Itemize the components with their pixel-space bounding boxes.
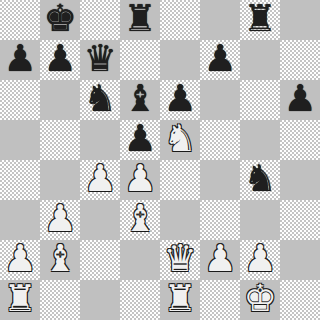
square-d3[interactable]: ♝ xyxy=(120,200,160,240)
white-pawn[interactable]: ♟ xyxy=(43,200,76,239)
square-c2[interactable] xyxy=(80,240,120,280)
square-g8[interactable]: ♜ xyxy=(240,0,280,40)
square-f7[interactable]: ♟ xyxy=(200,40,240,80)
black-rook[interactable]: ♜ xyxy=(243,0,276,39)
square-d5[interactable]: ♟ xyxy=(120,120,160,160)
square-e2[interactable]: ♛ xyxy=(160,240,200,280)
square-f4[interactable] xyxy=(200,160,240,200)
square-c3[interactable] xyxy=(80,200,120,240)
square-d6[interactable]: ♝ xyxy=(120,80,160,120)
square-e7[interactable] xyxy=(160,40,200,80)
square-h5[interactable] xyxy=(280,120,320,160)
black-king[interactable]: ♚ xyxy=(43,0,76,39)
square-g7[interactable] xyxy=(240,40,280,80)
square-d8[interactable]: ♜ xyxy=(120,0,160,40)
square-f1[interactable] xyxy=(200,280,240,320)
white-rook[interactable]: ♜ xyxy=(3,280,36,319)
square-d4[interactable]: ♟ xyxy=(120,160,160,200)
square-a7[interactable]: ♟ xyxy=(0,40,40,80)
white-bishop[interactable]: ♝ xyxy=(43,240,76,279)
square-h7[interactable] xyxy=(280,40,320,80)
white-pawn[interactable]: ♟ xyxy=(203,240,236,279)
square-h8[interactable] xyxy=(280,0,320,40)
square-f3[interactable] xyxy=(200,200,240,240)
square-b5[interactable] xyxy=(40,120,80,160)
black-rook[interactable]: ♜ xyxy=(123,0,156,39)
square-a2[interactable]: ♟ xyxy=(0,240,40,280)
square-h3[interactable] xyxy=(280,200,320,240)
white-pawn[interactable]: ♟ xyxy=(123,160,156,199)
black-knight[interactable]: ♞ xyxy=(83,80,116,119)
square-h4[interactable] xyxy=(280,160,320,200)
square-g4[interactable]: ♞ xyxy=(240,160,280,200)
square-a5[interactable] xyxy=(0,120,40,160)
black-pawn[interactable]: ♟ xyxy=(43,40,76,79)
black-bishop[interactable]: ♝ xyxy=(123,80,156,119)
square-b2[interactable]: ♝ xyxy=(40,240,80,280)
square-h2[interactable] xyxy=(280,240,320,280)
white-knight[interactable]: ♞ xyxy=(163,120,196,159)
chess-board: ♚♜♜♟♟♛♟♞♝♟♟♟♞♟♟♞♟♝♟♝♛♟♟♜♜♚ xyxy=(0,0,320,320)
black-knight[interactable]: ♞ xyxy=(243,160,276,199)
square-a4[interactable] xyxy=(0,160,40,200)
black-queen[interactable]: ♛ xyxy=(83,40,116,79)
square-f2[interactable]: ♟ xyxy=(200,240,240,280)
square-c1[interactable] xyxy=(80,280,120,320)
square-e1[interactable]: ♜ xyxy=(160,280,200,320)
square-f6[interactable] xyxy=(200,80,240,120)
white-pawn[interactable]: ♟ xyxy=(83,160,116,199)
square-a8[interactable] xyxy=(0,0,40,40)
square-b3[interactable]: ♟ xyxy=(40,200,80,240)
square-b6[interactable] xyxy=(40,80,80,120)
square-b1[interactable] xyxy=(40,280,80,320)
square-g6[interactable] xyxy=(240,80,280,120)
square-a1[interactable]: ♜ xyxy=(0,280,40,320)
square-c4[interactable]: ♟ xyxy=(80,160,120,200)
white-pawn[interactable]: ♟ xyxy=(243,240,276,279)
square-e8[interactable] xyxy=(160,0,200,40)
square-d1[interactable] xyxy=(120,280,160,320)
white-queen[interactable]: ♛ xyxy=(163,240,196,279)
square-c8[interactable] xyxy=(80,0,120,40)
white-bishop[interactable]: ♝ xyxy=(123,200,156,239)
square-c5[interactable] xyxy=(80,120,120,160)
black-pawn[interactable]: ♟ xyxy=(203,40,236,79)
square-e3[interactable] xyxy=(160,200,200,240)
black-pawn[interactable]: ♟ xyxy=(163,80,196,119)
square-g1[interactable]: ♚ xyxy=(240,280,280,320)
square-b7[interactable]: ♟ xyxy=(40,40,80,80)
square-h6[interactable]: ♟ xyxy=(280,80,320,120)
white-king[interactable]: ♚ xyxy=(243,280,276,319)
square-c6[interactable]: ♞ xyxy=(80,80,120,120)
square-f5[interactable] xyxy=(200,120,240,160)
square-e5[interactable]: ♞ xyxy=(160,120,200,160)
square-g5[interactable] xyxy=(240,120,280,160)
white-pawn[interactable]: ♟ xyxy=(3,240,36,279)
square-b8[interactable]: ♚ xyxy=(40,0,80,40)
square-e6[interactable]: ♟ xyxy=(160,80,200,120)
black-pawn[interactable]: ♟ xyxy=(3,40,36,79)
square-e4[interactable] xyxy=(160,160,200,200)
square-g3[interactable] xyxy=(240,200,280,240)
square-d7[interactable] xyxy=(120,40,160,80)
square-b4[interactable] xyxy=(40,160,80,200)
black-pawn[interactable]: ♟ xyxy=(123,120,156,159)
square-h1[interactable] xyxy=(280,280,320,320)
square-a3[interactable] xyxy=(0,200,40,240)
black-pawn[interactable]: ♟ xyxy=(283,80,316,119)
white-rook[interactable]: ♜ xyxy=(163,280,196,319)
square-d2[interactable] xyxy=(120,240,160,280)
square-g2[interactable]: ♟ xyxy=(240,240,280,280)
square-a6[interactable] xyxy=(0,80,40,120)
square-c7[interactable]: ♛ xyxy=(80,40,120,80)
square-f8[interactable] xyxy=(200,0,240,40)
